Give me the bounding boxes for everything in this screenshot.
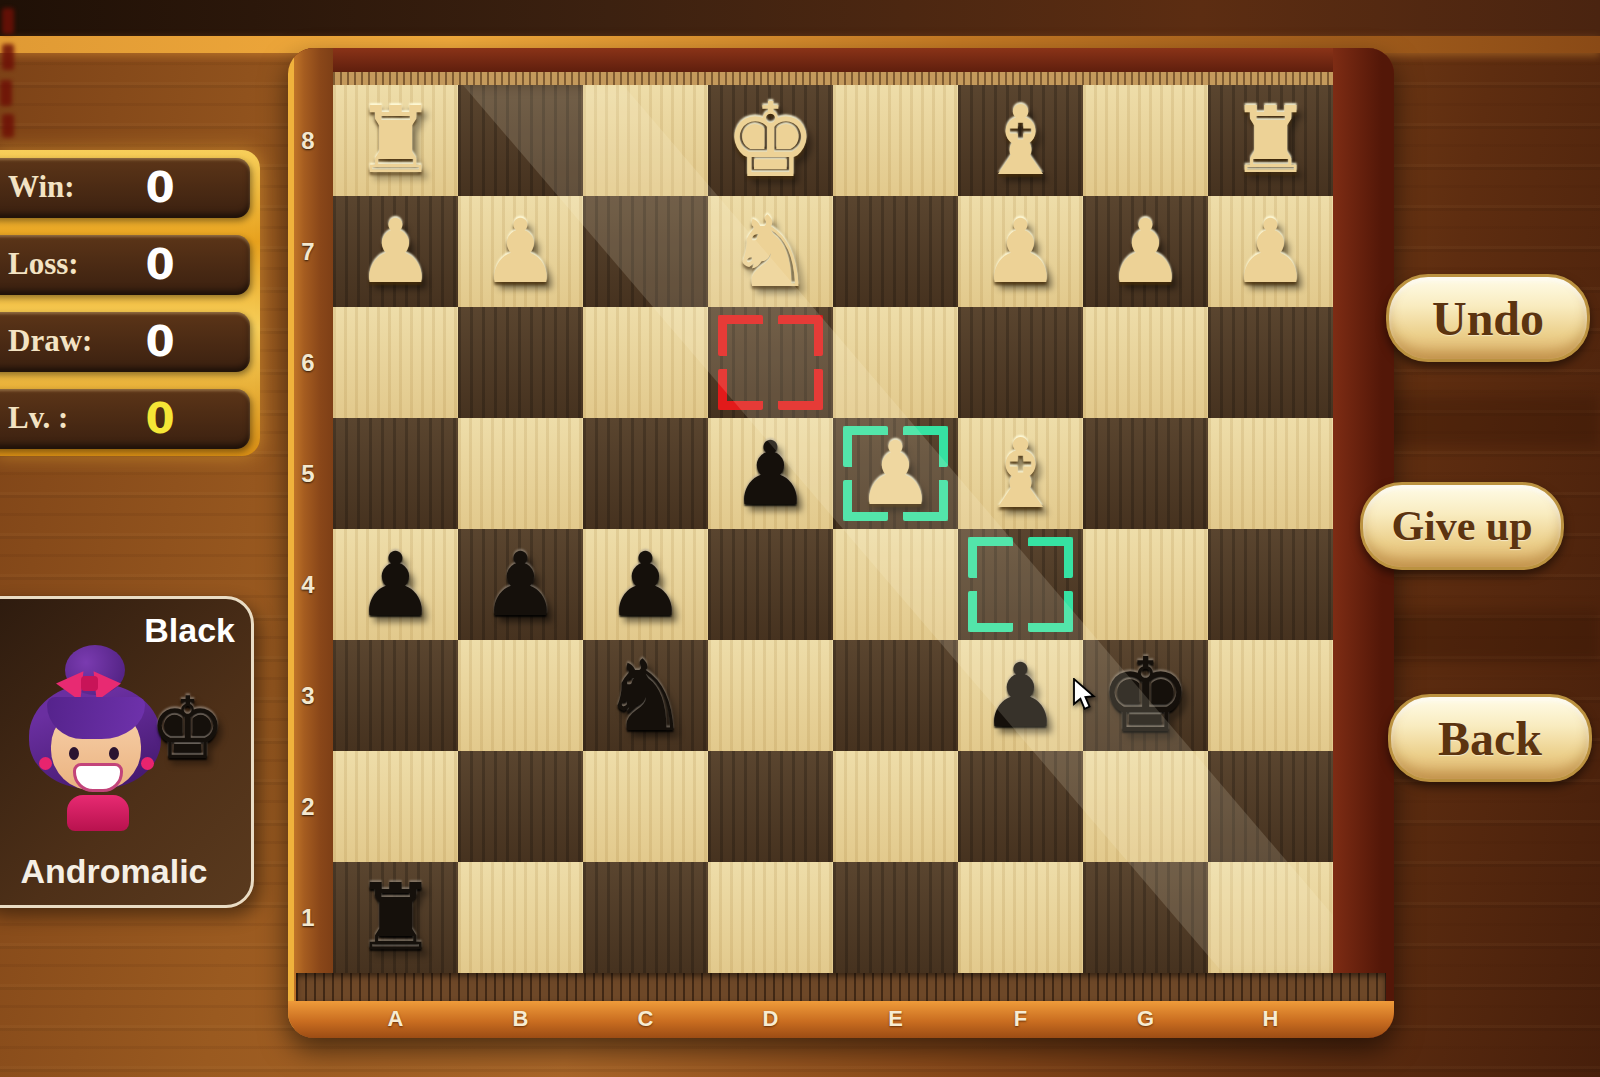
piece-white-king[interactable]: ♚: [724, 89, 816, 192]
file-label-a: A: [333, 1006, 458, 1032]
square-d5[interactable]: ♟: [708, 418, 833, 529]
piece-white-pawn[interactable]: ♟: [356, 208, 435, 296]
square-d8[interactable]: ♚: [708, 85, 833, 196]
square-b2[interactable]: [458, 751, 583, 862]
square-e1[interactable]: [833, 862, 958, 973]
piece-white-pawn[interactable]: ♟: [856, 430, 935, 518]
square-g6[interactable]: [1083, 307, 1208, 418]
square-f1[interactable]: [958, 862, 1083, 973]
win-value: 0: [138, 163, 182, 212]
undo-button-label: Undo: [1432, 291, 1544, 346]
piece-white-pawn[interactable]: ♟: [481, 208, 560, 296]
piece-white-rook[interactable]: ♜: [1229, 95, 1311, 187]
player-name: Andromalic: [0, 852, 251, 891]
file-label-c: C: [583, 1006, 708, 1032]
wood-knot: [2, 44, 14, 70]
square-h2[interactable]: [1208, 751, 1333, 862]
square-b5[interactable]: [458, 418, 583, 529]
square-a1[interactable]: ♜: [333, 862, 458, 973]
square-d2[interactable]: [708, 751, 833, 862]
piece-black-rook[interactable]: ♜: [354, 872, 436, 964]
win-counter-panel: Win: 0: [0, 158, 250, 218]
black-king-icon: ♚: [149, 685, 226, 771]
square-d6[interactable]: [708, 307, 833, 418]
wood-knot: [0, 80, 12, 106]
square-f7[interactable]: ♟: [958, 196, 1083, 307]
square-a5[interactable]: [333, 418, 458, 529]
square-c8[interactable]: [583, 85, 708, 196]
square-h8[interactable]: ♜: [1208, 85, 1333, 196]
square-a8[interactable]: ♜: [333, 85, 458, 196]
square-a4[interactable]: ♟: [333, 529, 458, 640]
square-h5[interactable]: [1208, 418, 1333, 529]
board-grain-strip-bottom: [296, 973, 1386, 1001]
chess-board: ♜♚♝♜♟♟♞♟♟♟♟♟♝♟♟♟♞♟♚♜ ABCDEFGH 87654321: [288, 48, 1394, 1038]
piece-white-bishop[interactable]: ♝: [977, 426, 1063, 522]
square-g1[interactable]: [1083, 862, 1208, 973]
square-b7[interactable]: ♟: [458, 196, 583, 307]
avatar-bow-knot: [81, 676, 98, 691]
square-d4[interactable]: [708, 529, 833, 640]
square-a7[interactable]: ♟: [333, 196, 458, 307]
level-panel: Lv. : 0: [0, 389, 250, 449]
avatar-eye: [109, 747, 119, 760]
square-e8[interactable]: [833, 85, 958, 196]
draw-label: Draw:: [8, 323, 92, 359]
square-h4[interactable]: [1208, 529, 1333, 640]
level-label: Lv. :: [8, 400, 68, 436]
avatar-bow: [40, 667, 84, 701]
back-button[interactable]: Back: [1388, 694, 1592, 782]
win-label: Win:: [8, 169, 75, 205]
rank-label-6: 6: [288, 307, 328, 418]
square-c5[interactable]: [583, 418, 708, 529]
square-g4[interactable]: [1083, 529, 1208, 640]
chess-game-screen: Win: 0 Loss: 0 Draw: 0 Lv. : 0 Black: [0, 0, 1600, 1077]
undo-button[interactable]: Undo: [1386, 274, 1590, 362]
square-f4[interactable]: [958, 529, 1083, 640]
square-h6[interactable]: [1208, 307, 1333, 418]
square-e7[interactable]: [833, 196, 958, 307]
square-g5[interactable]: [1083, 418, 1208, 529]
square-e3[interactable]: [833, 640, 958, 751]
square-c6[interactable]: [583, 307, 708, 418]
piece-black-pawn[interactable]: ♟: [356, 541, 435, 629]
rank-label-4: 4: [288, 529, 328, 640]
wood-knot: [2, 114, 14, 138]
board-file-labels-strip: ABCDEFGH: [288, 1001, 1394, 1038]
square-h1[interactable]: [1208, 862, 1333, 973]
avatar-bow: [94, 667, 138, 701]
avatar-smile: [73, 763, 123, 792]
square-f5[interactable]: ♝: [958, 418, 1083, 529]
piece-white-bishop[interactable]: ♝: [977, 93, 1063, 189]
square-a2[interactable]: [333, 751, 458, 862]
square-c2[interactable]: [583, 751, 708, 862]
square-e6[interactable]: [833, 307, 958, 418]
rank-label-8: 8: [288, 85, 328, 196]
square-e5[interactable]: ♟: [833, 418, 958, 529]
give-up-button-label: Give up: [1391, 502, 1532, 550]
square-b6[interactable]: [458, 307, 583, 418]
piece-black-pawn[interactable]: ♟: [981, 652, 1060, 740]
file-label-b: B: [458, 1006, 583, 1032]
square-h7[interactable]: ♟: [1208, 196, 1333, 307]
piece-white-rook[interactable]: ♜: [354, 95, 436, 187]
square-f2[interactable]: [958, 751, 1083, 862]
file-label-d: D: [708, 1006, 833, 1032]
piece-black-pawn[interactable]: ♟: [606, 541, 685, 629]
piece-white-pawn[interactable]: ♟: [981, 208, 1060, 296]
square-g2[interactable]: [1083, 751, 1208, 862]
rank-label-1: 1: [288, 862, 328, 973]
loss-value: 0: [138, 240, 182, 289]
file-label-f: F: [958, 1006, 1083, 1032]
square-c7[interactable]: [583, 196, 708, 307]
file-label-e: E: [833, 1006, 958, 1032]
rank-label-5: 5: [288, 418, 328, 529]
player-avatar: [29, 645, 164, 835]
black-player-panel: Black ♚ Andromalic: [0, 596, 254, 908]
rank-label-7: 7: [288, 196, 328, 307]
mouse-cursor: [1072, 678, 1098, 712]
square-c1[interactable]: [583, 862, 708, 973]
piece-white-knight[interactable]: ♞: [727, 203, 815, 301]
piece-black-pawn[interactable]: ♟: [731, 430, 810, 518]
square-d3[interactable]: [708, 640, 833, 751]
piece-black-knight[interactable]: ♞: [602, 647, 690, 745]
square-b1[interactable]: [458, 862, 583, 973]
file-label-h: H: [1208, 1006, 1333, 1032]
square-g8[interactable]: [1083, 85, 1208, 196]
square-e4[interactable]: [833, 529, 958, 640]
square-a3[interactable]: [333, 640, 458, 751]
square-f3[interactable]: ♟: [958, 640, 1083, 751]
square-g3[interactable]: ♚: [1083, 640, 1208, 751]
loss-label: Loss:: [8, 246, 79, 282]
piece-black-pawn[interactable]: ♟: [481, 541, 560, 629]
level-value: 0: [138, 394, 182, 443]
square-g7[interactable]: ♟: [1083, 196, 1208, 307]
wood-knot: [2, 8, 14, 34]
board-grain-strip-top: [333, 72, 1333, 85]
back-button-label: Back: [1438, 711, 1542, 766]
square-b3[interactable]: [458, 640, 583, 751]
square-c3[interactable]: ♞: [583, 640, 708, 751]
file-label-g: G: [1083, 1006, 1208, 1032]
piece-white-pawn[interactable]: ♟: [1231, 208, 1310, 296]
square-b4[interactable]: ♟: [458, 529, 583, 640]
square-f8[interactable]: ♝: [958, 85, 1083, 196]
draw-counter-panel: Draw: 0: [0, 312, 250, 372]
square-a6[interactable]: [333, 307, 458, 418]
square-c4[interactable]: ♟: [583, 529, 708, 640]
give-up-button[interactable]: Give up: [1360, 482, 1564, 570]
piece-white-pawn[interactable]: ♟: [1106, 208, 1185, 296]
square-d7[interactable]: ♞: [708, 196, 833, 307]
square-b8[interactable]: [458, 85, 583, 196]
draw-value: 0: [138, 317, 182, 366]
piece-black-king[interactable]: ♚: [1099, 644, 1191, 747]
square-h3[interactable]: [1208, 640, 1333, 751]
avatar-earring: [39, 757, 52, 770]
square-d1[interactable]: [708, 862, 833, 973]
loss-counter-panel: Loss: 0: [0, 235, 250, 295]
rank-label-2: 2: [288, 751, 328, 862]
top-wood-shadow-band: [0, 0, 1600, 36]
avatar-eye: [69, 747, 79, 760]
rank-label-3: 3: [288, 640, 328, 751]
avatar-body: [67, 795, 129, 831]
square-e2[interactable]: [833, 751, 958, 862]
square-f6[interactable]: [958, 307, 1083, 418]
board-squares: ♜♚♝♜♟♟♞♟♟♟♟♟♝♟♟♟♞♟♚♜: [333, 85, 1333, 973]
